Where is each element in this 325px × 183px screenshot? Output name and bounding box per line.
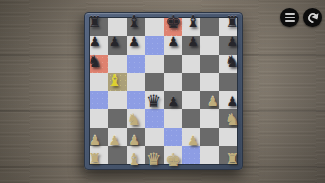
piece-white-rook[interactable]: ♜ — [223, 151, 241, 169]
square-d5[interactable] — [145, 73, 163, 91]
square-c6[interactable] — [127, 55, 145, 73]
piece-white-pawn[interactable]: ♟ — [203, 92, 221, 110]
square-f2[interactable]: ♟ — [182, 128, 200, 146]
rotate-clockwise-icon — [305, 10, 319, 24]
square-b5[interactable]: ♝ — [108, 73, 126, 91]
rotate-button[interactable] — [303, 8, 322, 27]
square-h5[interactable] — [219, 73, 237, 91]
square-c3[interactable]: ♞ — [127, 109, 145, 127]
piece-white-pawn[interactable]: ♟ — [86, 131, 104, 149]
square-d3[interactable] — [145, 109, 163, 127]
square-e4[interactable]: ♟ — [164, 91, 182, 109]
piece-white-knight[interactable]: ♞ — [125, 112, 143, 130]
square-d6[interactable] — [145, 55, 163, 73]
piece-white-king[interactable]: ♚ — [164, 151, 182, 169]
piece-black-king[interactable]: ♚ — [164, 13, 182, 31]
piece-black-rook[interactable]: ♜ — [223, 13, 241, 31]
piece-white-bishop[interactable]: ♝ — [125, 151, 143, 169]
piece-black-pawn[interactable]: ♟ — [223, 92, 241, 110]
square-g8[interactable] — [200, 18, 218, 36]
square-a4[interactable] — [90, 91, 108, 109]
square-a3[interactable] — [90, 109, 108, 127]
piece-white-rook[interactable]: ♜ — [86, 151, 104, 169]
piece-black-rook[interactable]: ♜ — [86, 13, 104, 31]
square-f3[interactable] — [182, 109, 200, 127]
hamburger-menu-icon — [285, 13, 295, 22]
square-d1[interactable]: ♛ — [145, 146, 163, 164]
toolbar — [280, 8, 322, 27]
square-g1[interactable] — [200, 146, 218, 164]
square-c4[interactable] — [127, 91, 145, 109]
piece-black-pawn[interactable]: ♟ — [105, 32, 123, 50]
square-d7[interactable] — [145, 36, 163, 54]
square-e5[interactable] — [164, 73, 182, 91]
piece-white-bishop[interactable]: ♝ — [105, 72, 123, 90]
square-f5[interactable] — [182, 73, 200, 91]
square-g3[interactable] — [200, 109, 218, 127]
square-h3[interactable]: ♞ — [219, 109, 237, 127]
square-f7[interactable]: ♟ — [182, 36, 200, 54]
square-h6[interactable]: ♞ — [219, 55, 237, 73]
piece-white-knight[interactable]: ♞ — [223, 112, 241, 130]
piece-white-pawn[interactable]: ♟ — [125, 131, 143, 149]
piece-white-pawn[interactable]: ♟ — [105, 131, 123, 149]
piece-black-knight[interactable]: ♞ — [223, 52, 241, 70]
square-e3[interactable] — [164, 109, 182, 127]
square-c2[interactable]: ♟ — [127, 128, 145, 146]
square-e7[interactable]: ♟ — [164, 36, 182, 54]
square-e2[interactable] — [164, 128, 182, 146]
piece-white-pawn[interactable]: ♟ — [184, 131, 202, 149]
menu-button[interactable] — [280, 8, 299, 27]
square-h2[interactable] — [219, 128, 237, 146]
square-f6[interactable] — [182, 55, 200, 73]
square-c7[interactable]: ♟ — [127, 36, 145, 54]
square-h1[interactable]: ♜ — [219, 146, 237, 164]
piece-black-queen[interactable]: ♛ — [145, 92, 163, 110]
piece-black-knight[interactable]: ♞ — [86, 52, 104, 70]
square-b4[interactable] — [108, 91, 126, 109]
chess-board-frame: ♜♝♚♝♜♟♟♟♟♟♟♞♞♝♛♟♟♟♞♞♟♟♟♟♜♝♛♚♜ — [84, 12, 243, 170]
piece-white-queen[interactable]: ♛ — [145, 151, 163, 169]
square-f4[interactable] — [182, 91, 200, 109]
square-g2[interactable] — [200, 128, 218, 146]
square-g6[interactable] — [200, 55, 218, 73]
piece-black-pawn[interactable]: ♟ — [184, 32, 202, 50]
square-g4[interactable]: ♟ — [200, 91, 218, 109]
square-a6[interactable]: ♞ — [90, 55, 108, 73]
square-d4[interactable]: ♛ — [145, 91, 163, 109]
square-d2[interactable] — [145, 128, 163, 146]
piece-black-pawn[interactable]: ♟ — [86, 32, 104, 50]
piece-black-bishop[interactable]: ♝ — [184, 13, 202, 31]
piece-black-pawn[interactable]: ♟ — [223, 32, 241, 50]
square-e6[interactable] — [164, 55, 182, 73]
piece-black-pawn[interactable]: ♟ — [164, 32, 182, 50]
wooden-table-background: ♜♝♚♝♜♟♟♟♟♟♟♞♞♝♛♟♟♟♞♞♟♟♟♟♜♝♛♚♜ — [0, 0, 325, 183]
piece-black-pawn[interactable]: ♟ — [125, 32, 143, 50]
square-b6[interactable] — [108, 55, 126, 73]
square-g5[interactable] — [200, 73, 218, 91]
square-e1[interactable]: ♚ — [164, 146, 182, 164]
piece-black-pawn[interactable]: ♟ — [164, 92, 182, 110]
square-d8[interactable] — [145, 18, 163, 36]
chess-board: ♜♝♚♝♜♟♟♟♟♟♟♞♞♝♛♟♟♟♞♞♟♟♟♟♜♝♛♚♜ — [90, 18, 237, 164]
square-c5[interactable] — [127, 73, 145, 91]
piece-black-bishop[interactable]: ♝ — [125, 13, 143, 31]
square-g7[interactable] — [200, 36, 218, 54]
